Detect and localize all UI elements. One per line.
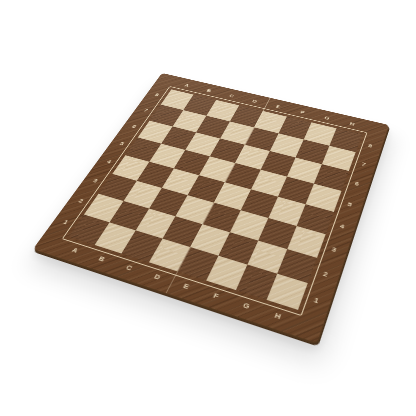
product-photo-stage: ABCDEFGH ABCDEFGH 87654321 87654321 bbox=[0, 0, 416, 416]
rank-label-right-7: 7 bbox=[361, 162, 366, 168]
file-label-bottom-f: F bbox=[212, 292, 220, 300]
rank-label-left-3: 3 bbox=[92, 178, 99, 184]
rank-label-left-1: 1 bbox=[62, 219, 69, 225]
file-label-top-a: A bbox=[183, 83, 189, 87]
file-label-top-h: H bbox=[349, 122, 355, 127]
rank-label-left-6: 6 bbox=[131, 124, 137, 129]
rank-label-left-5: 5 bbox=[119, 141, 125, 146]
rank-label-right-8: 8 bbox=[368, 143, 373, 148]
rank-label-left-4: 4 bbox=[106, 159, 112, 164]
chessboard: ABCDEFGH ABCDEFGH 87654321 87654321 bbox=[33, 73, 389, 343]
file-label-bottom-d: D bbox=[153, 273, 161, 281]
rank-label-right-4: 4 bbox=[339, 223, 345, 230]
rank-label-right-3: 3 bbox=[331, 246, 337, 253]
rank-label-left-7: 7 bbox=[143, 108, 149, 113]
board-squares bbox=[68, 89, 362, 310]
rank-label-right-5: 5 bbox=[347, 201, 353, 207]
file-label-bottom-e: E bbox=[182, 283, 190, 291]
rank-label-right-6: 6 bbox=[354, 181, 359, 187]
rank-label-left-8: 8 bbox=[154, 92, 160, 96]
rank-label-left-2: 2 bbox=[77, 198, 84, 204]
file-label-top-f: F bbox=[300, 110, 305, 115]
file-label-bottom-g: G bbox=[242, 302, 251, 311]
rank-label-right-2: 2 bbox=[322, 270, 328, 277]
rank-label-right-1: 1 bbox=[313, 296, 320, 304]
file-label-top-g: G bbox=[324, 116, 330, 121]
file-label-top-b: B bbox=[206, 89, 212, 94]
file-label-bottom-h: H bbox=[274, 312, 282, 321]
file-label-bottom-a: A bbox=[71, 247, 79, 254]
file-label-bottom-b: B bbox=[97, 256, 105, 263]
file-label-bottom-c: C bbox=[125, 264, 133, 272]
file-label-top-c: C bbox=[228, 94, 234, 99]
file-label-top-d: D bbox=[251, 99, 257, 104]
file-label-top-e: E bbox=[275, 105, 281, 110]
